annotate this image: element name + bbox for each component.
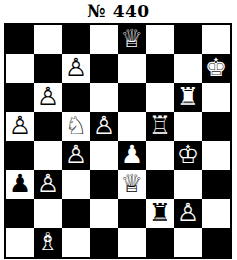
square-a8[interactable]	[6, 25, 34, 54]
square-d1[interactable]	[90, 228, 118, 257]
square-g2[interactable]: ♙	[174, 199, 202, 228]
piece-white-king-g4[interactable]: ♔	[177, 141, 199, 169]
puzzle-number-title: № 440	[0, 0, 237, 23]
square-b6[interactable]: ♙	[34, 83, 62, 112]
square-a1[interactable]	[6, 228, 34, 257]
square-c2[interactable]	[62, 199, 90, 228]
piece-white-pawn-a5[interactable]: ♙	[9, 112, 31, 140]
square-c8[interactable]	[62, 25, 90, 54]
square-a5[interactable]: ♙	[6, 112, 34, 141]
square-f4[interactable]	[146, 141, 174, 170]
square-f7[interactable]	[146, 54, 174, 83]
square-d7[interactable]	[90, 54, 118, 83]
square-b5[interactable]	[34, 112, 62, 141]
square-e3[interactable]: ♕	[118, 170, 146, 199]
square-d8[interactable]	[90, 25, 118, 54]
piece-black-king-h7[interactable]: ♚	[205, 54, 227, 82]
square-h7[interactable]: ♚	[202, 54, 230, 83]
square-c4[interactable]: ♙	[62, 141, 90, 170]
square-g7[interactable]	[174, 54, 202, 83]
square-b8[interactable]	[34, 25, 62, 54]
piece-white-knight-c5[interactable]: ♘	[65, 112, 87, 140]
piece-white-pawn-c7[interactable]: ♙	[65, 54, 87, 82]
square-c6[interactable]	[62, 83, 90, 112]
square-g4[interactable]: ♔	[174, 141, 202, 170]
square-a4[interactable]	[6, 141, 34, 170]
square-b3[interactable]: ♙	[34, 170, 62, 199]
square-h1[interactable]	[202, 228, 230, 257]
square-a6[interactable]	[6, 83, 34, 112]
square-f6[interactable]	[146, 83, 174, 112]
square-e6[interactable]	[118, 83, 146, 112]
piece-white-bishop-b1[interactable]: ♗	[37, 228, 59, 256]
piece-white-pawn-d5[interactable]: ♙	[93, 112, 115, 140]
square-d6[interactable]	[90, 83, 118, 112]
piece-white-pawn-b6[interactable]: ♙	[37, 83, 59, 111]
square-e2[interactable]	[118, 199, 146, 228]
square-d2[interactable]	[90, 199, 118, 228]
chess-board: ♕♙♚♙♜♙♘♙♖♙♟♔♟♙♕♜♙♗	[4, 23, 232, 259]
square-e8[interactable]: ♕	[118, 25, 146, 54]
square-g3[interactable]	[174, 170, 202, 199]
square-f3[interactable]	[146, 170, 174, 199]
square-g6[interactable]: ♜	[174, 83, 202, 112]
square-g1[interactable]	[174, 228, 202, 257]
square-e4[interactable]: ♟	[118, 141, 146, 170]
piece-white-pawn-b3[interactable]: ♙	[37, 170, 59, 198]
square-g8[interactable]	[174, 25, 202, 54]
square-f1[interactable]	[146, 228, 174, 257]
square-d4[interactable]	[90, 141, 118, 170]
square-b4[interactable]	[34, 141, 62, 170]
piece-white-rook-f5[interactable]: ♖	[149, 112, 171, 140]
square-c7[interactable]: ♙	[62, 54, 90, 83]
square-c1[interactable]	[62, 228, 90, 257]
square-b1[interactable]: ♗	[34, 228, 62, 257]
square-a2[interactable]	[6, 199, 34, 228]
piece-white-queen-e8[interactable]: ♕	[121, 25, 143, 53]
square-f8[interactable]	[146, 25, 174, 54]
square-h8[interactable]	[202, 25, 230, 54]
square-e7[interactable]	[118, 54, 146, 83]
square-h4[interactable]	[202, 141, 230, 170]
square-b2[interactable]	[34, 199, 62, 228]
piece-black-rook-f2[interactable]: ♜	[149, 199, 171, 227]
piece-white-pawn-c4[interactable]: ♙	[65, 141, 87, 169]
square-a7[interactable]	[6, 54, 34, 83]
square-d5[interactable]: ♙	[90, 112, 118, 141]
piece-black-pawn-a3[interactable]: ♟	[9, 170, 31, 198]
square-e1[interactable]	[118, 228, 146, 257]
square-h6[interactable]	[202, 83, 230, 112]
square-h5[interactable]	[202, 112, 230, 141]
square-f5[interactable]: ♖	[146, 112, 174, 141]
square-h3[interactable]	[202, 170, 230, 199]
square-a3[interactable]: ♟	[6, 170, 34, 199]
square-e5[interactable]	[118, 112, 146, 141]
square-c5[interactable]: ♘	[62, 112, 90, 141]
piece-white-queen-e3[interactable]: ♕	[121, 170, 143, 198]
piece-black-pawn-e4[interactable]: ♟	[121, 141, 143, 169]
square-d3[interactable]	[90, 170, 118, 199]
square-f2[interactable]: ♜	[146, 199, 174, 228]
square-g5[interactable]	[174, 112, 202, 141]
piece-black-rook-g6[interactable]: ♜	[177, 83, 199, 111]
square-b7[interactable]	[34, 54, 62, 83]
square-h2[interactable]	[202, 199, 230, 228]
square-c3[interactable]	[62, 170, 90, 199]
piece-white-pawn-g2[interactable]: ♙	[177, 199, 199, 227]
